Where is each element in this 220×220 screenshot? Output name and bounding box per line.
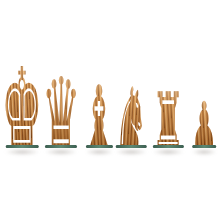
chess-piece-pawn: ♟︎	[176, 85, 220, 147]
felt-pad	[192, 145, 216, 148]
chess-set-photo: ♚ ♛ ♝ ♞ ♜ ♟︎	[0, 0, 220, 220]
